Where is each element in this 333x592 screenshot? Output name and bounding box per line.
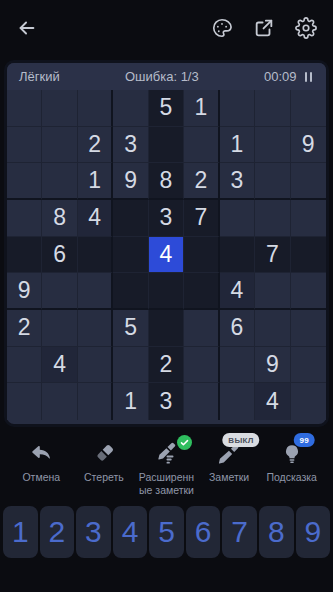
numpad-button-9[interactable]: 9 <box>296 506 331 558</box>
toolbar: Отмена Стереть Расширенные заметки ВЫКЛ … <box>0 440 333 497</box>
sudoku-cell-r4c8[interactable] <box>255 200 290 237</box>
sudoku-cell-r5c9[interactable] <box>291 237 326 274</box>
share-icon[interactable] <box>253 17 275 39</box>
sudoku-cell-r3c5[interactable]: 8 <box>149 163 184 200</box>
sudoku-cell-r7c7[interactable]: 6 <box>220 310 255 347</box>
erase-label: Стереть <box>84 471 124 484</box>
sudoku-cell-r9c6[interactable] <box>184 383 219 420</box>
sudoku-cell-r5c7[interactable] <box>220 237 255 274</box>
sudoku-cell-r2c1[interactable] <box>7 127 42 164</box>
top-app-bar <box>0 0 333 56</box>
pause-icon[interactable] <box>303 70 315 84</box>
sudoku-cell-r3c2[interactable] <box>42 163 77 200</box>
sudoku-cell-r9c8[interactable]: 4 <box>255 383 290 420</box>
sudoku-cell-r7c8[interactable] <box>255 310 290 347</box>
advanced-notes-on-badge <box>177 435 192 450</box>
difficulty-label: Лёгкий <box>19 69 60 84</box>
sudoku-cell-r6c1[interactable]: 9 <box>7 273 42 310</box>
sudoku-cell-r9c1[interactable] <box>7 383 42 420</box>
sudoku-cell-r6c7[interactable]: 4 <box>220 273 255 310</box>
number-pad: 123456789 <box>3 506 330 558</box>
numpad-button-4[interactable]: 4 <box>113 506 148 558</box>
sudoku-cell-r8c9[interactable] <box>291 347 326 384</box>
sudoku-cell-r2c7[interactable]: 1 <box>220 127 255 164</box>
sudoku-cell-r8c4[interactable] <box>113 347 148 384</box>
sudoku-cell-r1c3[interactable] <box>78 90 113 127</box>
sudoku-cell-r2c8[interactable] <box>255 127 290 164</box>
sudoku-cell-r5c4[interactable] <box>113 237 148 274</box>
sudoku-cell-r3c7[interactable]: 3 <box>220 163 255 200</box>
timer: 00:09 <box>264 69 297 84</box>
notes-off-badge: ВЫКЛ <box>222 433 259 447</box>
sudoku-cell-r4c7[interactable] <box>220 200 255 237</box>
sudoku-grid: 51231919823843764794256429134 <box>7 90 326 420</box>
advanced-notes-button[interactable]: Расширенные заметки <box>135 440 198 497</box>
sudoku-cell-r2c5[interactable] <box>149 127 184 164</box>
mistakes-counter: Ошибка: 1/3 <box>60 69 264 84</box>
eraser-icon <box>92 440 116 466</box>
sudoku-cell-r6c9[interactable] <box>291 273 326 310</box>
sudoku-cell-r2c9[interactable]: 9 <box>291 127 326 164</box>
sudoku-cell-r3c3[interactable]: 1 <box>78 163 113 200</box>
undo-icon <box>29 440 53 466</box>
sudoku-cell-r9c7[interactable] <box>220 383 255 420</box>
sudoku-cell-r8c5[interactable]: 2 <box>149 347 184 384</box>
sudoku-cell-r8c2[interactable]: 4 <box>42 347 77 384</box>
sudoku-cell-r1c9[interactable] <box>291 90 326 127</box>
sudoku-cell-r1c7[interactable] <box>220 90 255 127</box>
undo-label: Отмена <box>22 471 60 484</box>
numpad-button-7[interactable]: 7 <box>222 506 257 558</box>
advanced-notes-icon <box>154 440 178 466</box>
sudoku-cell-r8c1[interactable] <box>7 347 42 384</box>
sudoku-cell-r1c5[interactable]: 5 <box>149 90 184 127</box>
sudoku-cell-r9c5[interactable]: 3 <box>149 383 184 420</box>
sudoku-cell-r6c2[interactable] <box>42 273 77 310</box>
hint-count-badge: 99 <box>293 433 315 447</box>
sudoku-cell-r8c7[interactable] <box>220 347 255 384</box>
sudoku-cell-r4c4[interactable] <box>113 200 148 237</box>
sudoku-cell-r7c9[interactable] <box>291 310 326 347</box>
hint-label: Подсказка <box>266 471 317 484</box>
palette-icon[interactable] <box>211 17 233 39</box>
sudoku-cell-r3c9[interactable] <box>291 163 326 200</box>
advanced-notes-label: Расширенные заметки <box>135 471 198 497</box>
sudoku-cell-r5c6[interactable] <box>184 237 219 274</box>
back-icon[interactable] <box>16 17 38 39</box>
sudoku-cell-r6c5[interactable] <box>149 273 184 310</box>
hint-button[interactable]: 99 Подсказка <box>260 440 323 497</box>
sudoku-cell-r4c3[interactable]: 4 <box>78 200 113 237</box>
sudoku-cell-r5c5[interactable]: 4 <box>149 237 184 274</box>
sudoku-cell-r3c8[interactable] <box>255 163 290 200</box>
sudoku-cell-r6c8[interactable] <box>255 273 290 310</box>
sudoku-cell-r4c1[interactable] <box>7 200 42 237</box>
numpad-button-6[interactable]: 6 <box>186 506 221 558</box>
sudoku-cell-r7c3[interactable] <box>78 310 113 347</box>
sudoku-cell-r3c1[interactable] <box>7 163 42 200</box>
notes-button[interactable]: ВЫКЛ Заметки <box>198 440 261 497</box>
sudoku-cell-r5c2[interactable]: 6 <box>42 237 77 274</box>
sudoku-cell-r9c3[interactable] <box>78 383 113 420</box>
status-bar: Лёгкий Ошибка: 1/3 00:09 <box>7 63 326 90</box>
sudoku-cell-r2c2[interactable] <box>42 127 77 164</box>
sudoku-cell-r7c4[interactable]: 5 <box>113 310 148 347</box>
sudoku-cell-r7c1[interactable]: 2 <box>7 310 42 347</box>
sudoku-cell-r7c2[interactable] <box>42 310 77 347</box>
sudoku-cell-r4c5[interactable]: 3 <box>149 200 184 237</box>
sudoku-cell-r8c6[interactable] <box>184 347 219 384</box>
sudoku-cell-r1c2[interactable] <box>42 90 77 127</box>
sudoku-cell-r7c6[interactable] <box>184 310 219 347</box>
sudoku-cell-r6c4[interactable] <box>113 273 148 310</box>
sudoku-cell-r4c6[interactable]: 7 <box>184 200 219 237</box>
numpad-button-8[interactable]: 8 <box>259 506 294 558</box>
sudoku-cell-r9c2[interactable] <box>42 383 77 420</box>
undo-button[interactable]: Отмена <box>10 440 73 497</box>
sudoku-cell-r1c6[interactable]: 1 <box>184 90 219 127</box>
sudoku-cell-r5c8[interactable]: 7 <box>255 237 290 274</box>
erase-button[interactable]: Стереть <box>73 440 136 497</box>
sudoku-cell-r3c6[interactable]: 2 <box>184 163 219 200</box>
sudoku-cell-r1c1[interactable] <box>7 90 42 127</box>
sudoku-board: Лёгкий Ошибка: 1/3 00:09 512319198238437… <box>4 60 329 427</box>
sudoku-cell-r2c6[interactable] <box>184 127 219 164</box>
sudoku-cell-r2c4[interactable]: 3 <box>113 127 148 164</box>
sudoku-cell-r5c1[interactable] <box>7 237 42 274</box>
sudoku-cell-r9c9[interactable] <box>291 383 326 420</box>
numpad-button-2[interactable]: 2 <box>40 506 75 558</box>
numpad-button-1[interactable]: 1 <box>3 506 38 558</box>
sudoku-cell-r8c8[interactable]: 9 <box>255 347 290 384</box>
settings-gear-icon[interactable] <box>295 17 317 39</box>
notes-label: Заметки <box>209 471 249 484</box>
sudoku-cell-r6c3[interactable] <box>78 273 113 310</box>
numpad-button-3[interactable]: 3 <box>76 506 111 558</box>
sudoku-cell-r7c5[interactable] <box>149 310 184 347</box>
sudoku-cell-r1c8[interactable] <box>255 90 290 127</box>
sudoku-cell-r4c9[interactable] <box>291 200 326 237</box>
sudoku-cell-r2c3[interactable]: 2 <box>78 127 113 164</box>
sudoku-cell-r4c2[interactable]: 8 <box>42 200 77 237</box>
sudoku-cell-r8c3[interactable] <box>78 347 113 384</box>
numpad-button-5[interactable]: 5 <box>149 506 184 558</box>
sudoku-cell-r5c3[interactable] <box>78 237 113 274</box>
sudoku-cell-r3c4[interactable]: 9 <box>113 163 148 200</box>
sudoku-cell-r1c4[interactable] <box>113 90 148 127</box>
sudoku-cell-r9c4[interactable]: 1 <box>113 383 148 420</box>
sudoku-cell-r6c6[interactable] <box>184 273 219 310</box>
